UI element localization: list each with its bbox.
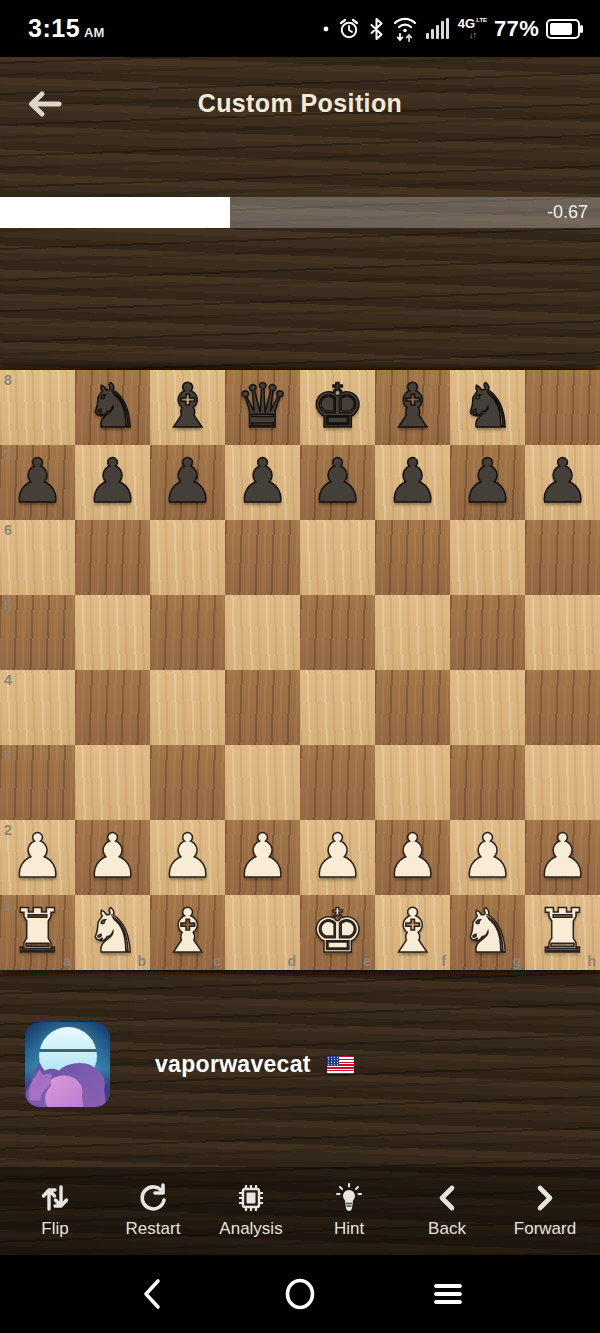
square-d2[interactable]: ♟ bbox=[225, 820, 300, 895]
square-b6[interactable] bbox=[75, 520, 150, 595]
app-header: Custom Position bbox=[0, 57, 600, 157]
square-b5[interactable] bbox=[75, 595, 150, 670]
notification-dot-icon bbox=[322, 25, 330, 33]
piece-black-pawn: ♟ bbox=[460, 450, 515, 511]
square-g4[interactable] bbox=[450, 670, 525, 745]
square-c4[interactable] bbox=[150, 670, 225, 745]
move-back-button[interactable]: Back bbox=[412, 1183, 482, 1239]
rank-label-4: 4 bbox=[4, 673, 12, 687]
square-e4[interactable] bbox=[300, 670, 375, 745]
piece-black-pawn: ♟ bbox=[10, 450, 65, 511]
network-arrows: ↓↑ bbox=[469, 31, 476, 40]
square-d7[interactable]: ♟ bbox=[225, 445, 300, 520]
nav-back-icon bbox=[137, 1276, 167, 1312]
forward-chevron-icon bbox=[532, 1183, 558, 1213]
square-d8[interactable]: ♛ bbox=[225, 370, 300, 445]
square-e7[interactable]: ♟ bbox=[300, 445, 375, 520]
piece-white-pawn: ♟ bbox=[160, 825, 215, 886]
status-bar: 3:15 AM bbox=[0, 0, 600, 57]
piece-white-pawn: ♟ bbox=[85, 825, 140, 886]
square-f8[interactable]: ♝ bbox=[375, 370, 450, 445]
piece-white-rook: ♜ bbox=[535, 900, 590, 961]
chess-board: 8♞♝♛♚♝♞7♟♟♟♟♟♟♟♟65432♟♟♟♟♟♟♟♟1a♜b♞c♝de♚f… bbox=[0, 370, 600, 970]
square-h6[interactable] bbox=[525, 520, 600, 595]
square-d6[interactable] bbox=[225, 520, 300, 595]
square-h7[interactable]: ♟ bbox=[525, 445, 600, 520]
move-back-label: Back bbox=[428, 1219, 466, 1239]
avatar-cat-image bbox=[25, 1051, 110, 1107]
piece-black-pawn: ♟ bbox=[310, 450, 365, 511]
nav-home-button[interactable] bbox=[278, 1272, 322, 1316]
chess-app-screen: 3:15 AM bbox=[0, 0, 600, 1333]
analysis-chip-icon bbox=[234, 1183, 268, 1213]
square-b4[interactable] bbox=[75, 670, 150, 745]
square-f6[interactable] bbox=[375, 520, 450, 595]
piece-black-pawn: ♟ bbox=[385, 450, 440, 511]
hint-button[interactable]: Hint bbox=[314, 1183, 384, 1239]
piece-white-pawn: ♟ bbox=[235, 825, 290, 886]
piece-white-pawn: ♟ bbox=[535, 825, 590, 886]
network-4g-icon: 4GLTE ↓↑ bbox=[458, 17, 487, 40]
player-row: vaporwavecat bbox=[25, 1022, 354, 1107]
square-d1[interactable]: d bbox=[225, 895, 300, 970]
piece-white-bishop: ♝ bbox=[385, 900, 440, 961]
hint-label: Hint bbox=[334, 1219, 364, 1239]
square-a1[interactable]: 1a♜ bbox=[0, 895, 75, 970]
square-g3[interactable] bbox=[450, 745, 525, 820]
game-toolbar: Flip Restart Analysis Hint bbox=[0, 1167, 600, 1255]
square-g2[interactable]: ♟ bbox=[450, 820, 525, 895]
file-label-d: d bbox=[287, 954, 296, 968]
square-h3[interactable] bbox=[525, 745, 600, 820]
analysis-button[interactable]: Analysis bbox=[216, 1183, 286, 1239]
square-e5[interactable] bbox=[300, 595, 375, 670]
square-a2[interactable]: 2♟ bbox=[0, 820, 75, 895]
eval-score: -0.67 bbox=[547, 202, 588, 223]
square-a5[interactable]: 5 bbox=[0, 595, 75, 670]
hint-bulb-icon bbox=[333, 1183, 365, 1213]
square-c6[interactable] bbox=[150, 520, 225, 595]
piece-black-pawn: ♟ bbox=[235, 450, 290, 511]
piece-black-knight: ♞ bbox=[460, 375, 515, 436]
piece-white-rook: ♜ bbox=[10, 900, 65, 961]
square-f5[interactable] bbox=[375, 595, 450, 670]
clock: 3:15 AM bbox=[16, 14, 104, 43]
piece-black-queen: ♛ bbox=[235, 375, 290, 436]
page-title: Custom Position bbox=[0, 89, 600, 118]
nav-menu-icon bbox=[431, 1279, 465, 1309]
square-b3[interactable] bbox=[75, 745, 150, 820]
network-sub-label: LTE bbox=[476, 17, 487, 23]
square-f2[interactable]: ♟ bbox=[375, 820, 450, 895]
piece-black-pawn: ♟ bbox=[535, 450, 590, 511]
square-h5[interactable] bbox=[525, 595, 600, 670]
restart-icon bbox=[137, 1183, 169, 1213]
square-f1[interactable]: f♝ bbox=[375, 895, 450, 970]
square-g8[interactable]: ♞ bbox=[450, 370, 525, 445]
piece-white-pawn: ♟ bbox=[385, 825, 440, 886]
square-b8[interactable]: ♞ bbox=[75, 370, 150, 445]
player-name: vaporwavecat bbox=[155, 1051, 311, 1078]
piece-black-bishop: ♝ bbox=[160, 375, 215, 436]
battery-icon bbox=[546, 18, 584, 40]
piece-black-pawn: ♟ bbox=[160, 450, 215, 511]
battery-percent: 77% bbox=[494, 16, 539, 42]
evaluation-bar: -0.67 bbox=[0, 197, 600, 228]
square-a3[interactable]: 3 bbox=[0, 745, 75, 820]
flip-button[interactable]: Flip bbox=[20, 1183, 90, 1239]
piece-white-bishop: ♝ bbox=[160, 900, 215, 961]
square-h8[interactable] bbox=[525, 370, 600, 445]
square-a4[interactable]: 4 bbox=[0, 670, 75, 745]
square-d3[interactable] bbox=[225, 745, 300, 820]
square-c3[interactable] bbox=[150, 745, 225, 820]
square-h2[interactable]: ♟ bbox=[525, 820, 600, 895]
piece-white-king: ♚ bbox=[310, 900, 365, 961]
eval-bar-black: -0.67 bbox=[230, 197, 600, 228]
eval-bar-white bbox=[0, 197, 230, 228]
piece-white-pawn: ♟ bbox=[310, 825, 365, 886]
square-a8[interactable]: 8 bbox=[0, 370, 75, 445]
restart-label: Restart bbox=[126, 1219, 181, 1239]
nav-back-button[interactable] bbox=[130, 1272, 174, 1316]
square-c1[interactable]: c♝ bbox=[150, 895, 225, 970]
signal-bars-icon bbox=[425, 17, 451, 41]
square-e6[interactable] bbox=[300, 520, 375, 595]
square-h1[interactable]: h♜ bbox=[525, 895, 600, 970]
nav-menu-button[interactable] bbox=[426, 1272, 470, 1316]
meridiem-text: AM bbox=[84, 25, 104, 40]
bluetooth-icon bbox=[368, 17, 385, 41]
square-g1[interactable]: g♞ bbox=[450, 895, 525, 970]
piece-white-pawn: ♟ bbox=[460, 825, 515, 886]
piece-black-bishop: ♝ bbox=[385, 375, 440, 436]
square-d4[interactable] bbox=[225, 670, 300, 745]
square-f4[interactable] bbox=[375, 670, 450, 745]
move-forward-button[interactable]: Forward bbox=[510, 1183, 580, 1239]
square-d5[interactable] bbox=[225, 595, 300, 670]
flip-icon bbox=[39, 1183, 71, 1213]
square-e1[interactable]: e♚ bbox=[300, 895, 375, 970]
rank-label-6: 6 bbox=[4, 523, 12, 537]
flip-label: Flip bbox=[41, 1219, 68, 1239]
time-text: 3:15 bbox=[28, 14, 80, 43]
square-b7[interactable]: ♟ bbox=[75, 445, 150, 520]
square-g5[interactable] bbox=[450, 595, 525, 670]
square-f7[interactable]: ♟ bbox=[375, 445, 450, 520]
square-e8[interactable]: ♚ bbox=[300, 370, 375, 445]
square-c8[interactable]: ♝ bbox=[150, 370, 225, 445]
rank-label-8: 8 bbox=[4, 373, 12, 387]
square-f3[interactable] bbox=[375, 745, 450, 820]
square-g6[interactable] bbox=[450, 520, 525, 595]
wifi-icon bbox=[392, 15, 418, 43]
analysis-label: Analysis bbox=[219, 1219, 282, 1239]
square-g7[interactable]: ♟ bbox=[450, 445, 525, 520]
square-a6[interactable]: 6 bbox=[0, 520, 75, 595]
player-avatar[interactable] bbox=[25, 1022, 110, 1107]
file-label-f: f bbox=[441, 954, 446, 968]
rank-label-3: 3 bbox=[4, 748, 12, 762]
piece-black-knight: ♞ bbox=[85, 375, 140, 436]
piece-white-knight: ♞ bbox=[85, 900, 140, 961]
square-h4[interactable] bbox=[525, 670, 600, 745]
piece-white-pawn: ♟ bbox=[10, 825, 65, 886]
square-e3[interactable] bbox=[300, 745, 375, 820]
us-flag-icon bbox=[327, 1056, 354, 1074]
square-b2[interactable]: ♟ bbox=[75, 820, 150, 895]
network-label: 4G bbox=[458, 17, 475, 30]
square-c2[interactable]: ♟ bbox=[150, 820, 225, 895]
square-b1[interactable]: b♞ bbox=[75, 895, 150, 970]
rank-label-5: 5 bbox=[4, 598, 12, 612]
android-nav-bar bbox=[0, 1255, 600, 1333]
nav-home-icon bbox=[282, 1276, 318, 1312]
square-c7[interactable]: ♟ bbox=[150, 445, 225, 520]
square-c5[interactable] bbox=[150, 595, 225, 670]
move-forward-label: Forward bbox=[514, 1219, 576, 1239]
piece-black-king: ♚ bbox=[310, 375, 365, 436]
alarm-clock-icon bbox=[337, 17, 361, 41]
back-chevron-icon bbox=[434, 1183, 460, 1213]
square-e2[interactable]: ♟ bbox=[300, 820, 375, 895]
piece-white-knight: ♞ bbox=[460, 900, 515, 961]
piece-black-pawn: ♟ bbox=[85, 450, 140, 511]
restart-button[interactable]: Restart bbox=[118, 1183, 188, 1239]
square-a7[interactable]: 7♟ bbox=[0, 445, 75, 520]
